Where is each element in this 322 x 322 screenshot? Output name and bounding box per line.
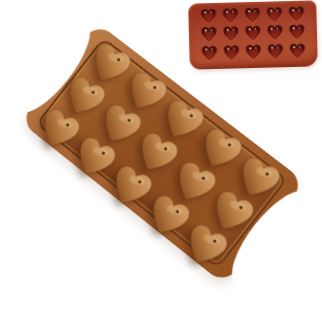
heart-cavity xyxy=(221,44,241,62)
heart-cavity xyxy=(221,26,241,44)
heart-cavity xyxy=(265,25,285,43)
inset-mold-thumbnail xyxy=(188,0,318,69)
heart-cavity xyxy=(199,45,219,63)
heart-cavity xyxy=(243,25,263,43)
product-photo xyxy=(0,0,322,322)
heart-cavity xyxy=(287,43,307,61)
heart-cavity xyxy=(198,8,218,26)
heart-cavity xyxy=(243,44,263,62)
heart-cavity xyxy=(220,7,240,25)
heart-cavity xyxy=(287,24,307,42)
heart-cavity xyxy=(265,43,285,61)
heart-cavity xyxy=(242,7,262,25)
heart-cavity xyxy=(199,26,219,44)
inset-heart-grid xyxy=(197,5,308,64)
heart-cavity xyxy=(286,5,306,23)
heart-cavity xyxy=(264,6,284,24)
